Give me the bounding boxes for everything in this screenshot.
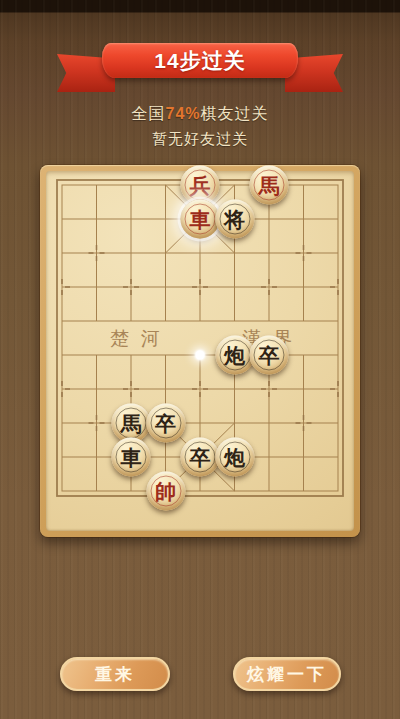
restart-button[interactable]: 重来 — [60, 657, 170, 691]
national-pass-suffix: 棋友过关 — [201, 105, 269, 122]
national-pass-percent: 74% — [165, 105, 200, 122]
piece-red-帥[interactable]: 帥 — [146, 472, 185, 511]
piece-red-車[interactable]: 車 — [181, 200, 220, 239]
piece-black-炮[interactable]: 炮 — [215, 336, 254, 375]
national-pass-prefix: 全国 — [131, 105, 165, 122]
level-goal-title: 14步过关 — [154, 47, 245, 75]
ribbon-center: 14步过关 — [102, 43, 298, 78]
piece-red-馬[interactable]: 馬 — [250, 166, 289, 205]
piece-black-炮[interactable]: 炮 — [215, 438, 254, 477]
last-move-origin-dot — [196, 351, 205, 360]
level-banner: 14步过关 — [0, 40, 400, 102]
board-pieces: 兵馬車将炮卒馬卒車卒炮帥 — [40, 165, 360, 537]
friends-pass-stat: 暂无好友过关 — [0, 130, 400, 149]
national-pass-stat: 全国74%棋友过关 — [0, 104, 400, 125]
xiangqi-board: 楚河 漢界 兵馬車将炮卒馬卒車卒炮帥 — [40, 165, 360, 537]
piece-black-卒[interactable]: 卒 — [181, 438, 220, 477]
piece-black-卒[interactable]: 卒 — [250, 336, 289, 375]
brag-button[interactable]: 炫耀一下 — [233, 657, 341, 691]
piece-black-卒[interactable]: 卒 — [146, 404, 185, 443]
piece-black-車[interactable]: 車 — [112, 438, 151, 477]
piece-black-将[interactable]: 将 — [215, 200, 254, 239]
